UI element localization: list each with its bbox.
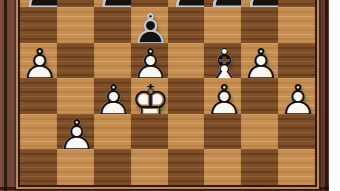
square-e6[interactable]: ♟♙: [168, 0, 205, 7]
square-h3[interactable]: ♟♙: [278, 78, 315, 114]
square-f5[interactable]: [204, 7, 241, 43]
square-e1[interactable]: [168, 149, 205, 185]
board-frame: ♟♙♟♙♟♙♟♙♟♙♟♙♟♙♟♙♝♗♟♙♟♙♚♔♟♙♟♙♟♙: [0, 0, 329, 191]
square-a5[interactable]: [20, 7, 57, 43]
square-g4[interactable]: ♟♙: [241, 43, 278, 79]
black-pawn-clipped[interactable]: ♟♙: [168, 0, 205, 7]
black-pawn-clipped[interactable]: ♟♙: [241, 0, 278, 7]
square-c2[interactable]: [94, 114, 131, 150]
square-a1[interactable]: [20, 149, 57, 185]
white-pawn[interactable]: ♟♙: [57, 114, 94, 150]
frame-bottom-edge-line: [0, 187, 329, 190]
square-f4[interactable]: ♝♗: [204, 43, 241, 79]
square-f2[interactable]: [204, 114, 241, 150]
white-bishop[interactable]: ♝♗: [204, 43, 241, 79]
square-h4[interactable]: [278, 43, 315, 79]
white-pawn[interactable]: ♟♙: [241, 43, 278, 79]
square-e5[interactable]: [168, 7, 205, 43]
square-d4[interactable]: ♟♙: [131, 43, 168, 79]
white-pawn[interactable]: ♟♙: [20, 43, 57, 79]
square-a3[interactable]: [20, 78, 57, 114]
square-a2[interactable]: [20, 114, 57, 150]
square-a6[interactable]: ♟♙: [20, 0, 57, 7]
square-b4[interactable]: [57, 43, 94, 79]
white-pawn[interactable]: ♟♙: [131, 43, 168, 79]
square-b2[interactable]: ♟♙: [57, 114, 94, 150]
square-f6[interactable]: ♟♙: [204, 0, 241, 7]
screenshot-viewport: ♟♙♟♙♟♙♟♙♟♙♟♙♟♙♟♙♝♗♟♙♟♙♚♔♟♙♟♙♟♙: [0, 0, 340, 191]
black-pawn[interactable]: ♟♙: [131, 7, 168, 43]
white-pawn[interactable]: ♟♙: [278, 78, 315, 114]
square-g5[interactable]: [241, 7, 278, 43]
white-pawn[interactable]: ♟♙: [204, 78, 241, 114]
square-c4[interactable]: [94, 43, 131, 79]
square-f1[interactable]: [204, 149, 241, 185]
white-pawn[interactable]: ♟♙: [94, 78, 131, 114]
square-c1[interactable]: [94, 149, 131, 185]
square-c3[interactable]: ♟♙: [94, 78, 131, 114]
square-a4[interactable]: ♟♙: [20, 43, 57, 79]
square-g6[interactable]: ♟♙: [241, 0, 278, 7]
square-d2[interactable]: [131, 114, 168, 150]
square-h1[interactable]: [278, 149, 315, 185]
square-d3[interactable]: ♚♔: [131, 78, 168, 114]
square-b1[interactable]: [57, 149, 94, 185]
square-b6[interactable]: [57, 0, 94, 7]
square-h2[interactable]: [278, 114, 315, 150]
square-b3[interactable]: [57, 78, 94, 114]
chess-board: ♟♙♟♙♟♙♟♙♟♙♟♙♟♙♟♙♝♗♟♙♟♙♚♔♟♙♟♙♟♙: [20, 0, 315, 185]
square-d5[interactable]: ♟♙: [131, 7, 168, 43]
black-pawn-clipped[interactable]: ♟♙: [20, 0, 57, 7]
square-c5[interactable]: [94, 7, 131, 43]
square-e3[interactable]: [168, 78, 205, 114]
black-pawn-clipped[interactable]: ♟♙: [204, 0, 241, 7]
frame-left-edge-line: [4, 0, 7, 191]
square-h6[interactable]: [278, 0, 315, 7]
square-e2[interactable]: [168, 114, 205, 150]
square-g1[interactable]: [241, 149, 278, 185]
frame-right-edge-line: [325, 0, 328, 191]
square-c6[interactable]: ♟♙: [94, 0, 131, 7]
white-king[interactable]: ♚♔: [131, 78, 168, 114]
square-g3[interactable]: [241, 78, 278, 114]
black-pawn-clipped[interactable]: ♟♙: [94, 0, 131, 7]
square-b5[interactable]: [57, 7, 94, 43]
square-e4[interactable]: [168, 43, 205, 79]
square-h5[interactable]: [278, 7, 315, 43]
square-f3[interactable]: ♟♙: [204, 78, 241, 114]
square-g2[interactable]: [241, 114, 278, 150]
square-d1[interactable]: [131, 149, 168, 185]
board-grid: ♟♙♟♙♟♙♟♙♟♙♟♙♟♙♟♙♝♗♟♙♟♙♚♔♟♙♟♙♟♙: [20, 0, 315, 185]
